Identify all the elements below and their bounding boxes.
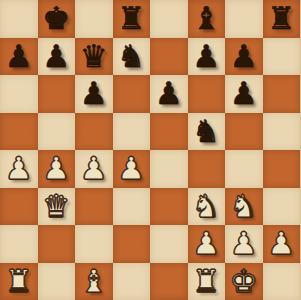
chess-board: ♚♜♝♜♟♟♛♞♟♟♟♟♟♞♟♟♟♟♛♞♞♟♟♟♜♝♜♚ xyxy=(0,0,300,300)
square-a1[interactable]: ♜ xyxy=(0,263,38,300)
square-c7[interactable]: ♛ xyxy=(75,38,113,76)
square-b8[interactable]: ♚ xyxy=(38,0,76,38)
square-d2[interactable] xyxy=(113,225,151,263)
piece-black-pawn-f7[interactable]: ♟ xyxy=(192,38,220,76)
square-h8[interactable]: ♜ xyxy=(263,0,301,38)
square-d6[interactable] xyxy=(113,75,151,113)
piece-white-rook-f1[interactable]: ♜ xyxy=(192,263,220,300)
square-h5[interactable] xyxy=(263,113,301,151)
square-f4[interactable] xyxy=(188,150,226,188)
piece-white-pawn-h2[interactable]: ♟ xyxy=(267,225,295,263)
square-b1[interactable] xyxy=(38,263,76,300)
square-b2[interactable] xyxy=(38,225,76,263)
square-f1[interactable]: ♜ xyxy=(188,263,226,300)
square-d8[interactable]: ♜ xyxy=(113,0,151,38)
piece-white-pawn-d4[interactable]: ♟ xyxy=(117,150,145,188)
square-f5[interactable]: ♞ xyxy=(188,113,226,151)
square-g2[interactable]: ♟ xyxy=(225,225,263,263)
square-g7[interactable]: ♟ xyxy=(225,38,263,76)
piece-black-pawn-a7[interactable]: ♟ xyxy=(5,38,33,76)
square-e1[interactable] xyxy=(150,263,188,300)
square-b6[interactable] xyxy=(38,75,76,113)
square-c6[interactable]: ♟ xyxy=(75,75,113,113)
square-a4[interactable]: ♟ xyxy=(0,150,38,188)
square-d1[interactable] xyxy=(113,263,151,300)
piece-black-pawn-b7[interactable]: ♟ xyxy=(42,38,70,76)
piece-black-bishop-f8[interactable]: ♝ xyxy=(192,0,220,38)
piece-black-rook-h8[interactable]: ♜ xyxy=(267,0,295,38)
square-c3[interactable] xyxy=(75,188,113,226)
piece-black-queen-c7[interactable]: ♛ xyxy=(80,38,108,76)
square-g4[interactable] xyxy=(225,150,263,188)
square-e2[interactable] xyxy=(150,225,188,263)
square-e3[interactable] xyxy=(150,188,188,226)
piece-white-bishop-c1[interactable]: ♝ xyxy=(80,263,108,300)
square-b3[interactable]: ♛ xyxy=(38,188,76,226)
piece-white-king-g1[interactable]: ♚ xyxy=(230,263,258,300)
square-c2[interactable] xyxy=(75,225,113,263)
square-a5[interactable] xyxy=(0,113,38,151)
square-c8[interactable] xyxy=(75,0,113,38)
square-g8[interactable] xyxy=(225,0,263,38)
square-h2[interactable]: ♟ xyxy=(263,225,301,263)
piece-white-knight-g3[interactable]: ♞ xyxy=(230,188,258,226)
square-d7[interactable]: ♞ xyxy=(113,38,151,76)
chess-board-wrap: ♚♜♝♜♟♟♛♞♟♟♟♟♟♞♟♟♟♟♛♞♞♟♟♟♜♝♜♚ xyxy=(0,0,300,300)
square-d4[interactable]: ♟ xyxy=(113,150,151,188)
square-a8[interactable] xyxy=(0,0,38,38)
piece-white-queen-b3[interactable]: ♛ xyxy=(42,188,70,226)
square-c5[interactable] xyxy=(75,113,113,151)
square-a3[interactable] xyxy=(0,188,38,226)
square-f6[interactable] xyxy=(188,75,226,113)
square-h1[interactable] xyxy=(263,263,301,300)
square-e6[interactable]: ♟ xyxy=(150,75,188,113)
piece-black-pawn-c6[interactable]: ♟ xyxy=(80,75,108,113)
piece-white-pawn-f2[interactable]: ♟ xyxy=(192,225,220,263)
square-a2[interactable] xyxy=(0,225,38,263)
square-a7[interactable]: ♟ xyxy=(0,38,38,76)
square-e4[interactable] xyxy=(150,150,188,188)
piece-white-knight-f3[interactable]: ♞ xyxy=(192,188,220,226)
square-h6[interactable] xyxy=(263,75,301,113)
piece-white-pawn-c4[interactable]: ♟ xyxy=(80,150,108,188)
piece-black-pawn-g7[interactable]: ♟ xyxy=(230,38,258,76)
square-c1[interactable]: ♝ xyxy=(75,263,113,300)
square-f8[interactable]: ♝ xyxy=(188,0,226,38)
square-h4[interactable] xyxy=(263,150,301,188)
piece-black-pawn-e6[interactable]: ♟ xyxy=(155,75,183,113)
square-c4[interactable]: ♟ xyxy=(75,150,113,188)
square-e8[interactable] xyxy=(150,0,188,38)
square-b5[interactable] xyxy=(38,113,76,151)
square-h7[interactable] xyxy=(263,38,301,76)
square-g1[interactable]: ♚ xyxy=(225,263,263,300)
square-a6[interactable] xyxy=(0,75,38,113)
piece-white-pawn-g2[interactable]: ♟ xyxy=(230,225,258,263)
square-b4[interactable]: ♟ xyxy=(38,150,76,188)
square-g3[interactable]: ♞ xyxy=(225,188,263,226)
piece-black-knight-f5[interactable]: ♞ xyxy=(192,113,220,151)
piece-white-pawn-b4[interactable]: ♟ xyxy=(42,150,70,188)
square-d5[interactable] xyxy=(113,113,151,151)
square-e5[interactable] xyxy=(150,113,188,151)
square-f7[interactable]: ♟ xyxy=(188,38,226,76)
square-f3[interactable]: ♞ xyxy=(188,188,226,226)
square-b7[interactable]: ♟ xyxy=(38,38,76,76)
piece-white-pawn-a4[interactable]: ♟ xyxy=(5,150,33,188)
piece-black-pawn-g6[interactable]: ♟ xyxy=(230,75,258,113)
square-g5[interactable] xyxy=(225,113,263,151)
square-f2[interactable]: ♟ xyxy=(188,225,226,263)
piece-black-king-b8[interactable]: ♚ xyxy=(42,0,70,38)
piece-white-rook-a1[interactable]: ♜ xyxy=(5,263,33,300)
square-e7[interactable] xyxy=(150,38,188,76)
square-h3[interactable] xyxy=(263,188,301,226)
square-g6[interactable]: ♟ xyxy=(225,75,263,113)
piece-black-knight-d7[interactable]: ♞ xyxy=(117,38,145,76)
piece-black-rook-d8[interactable]: ♜ xyxy=(117,0,145,38)
square-d3[interactable] xyxy=(113,188,151,226)
